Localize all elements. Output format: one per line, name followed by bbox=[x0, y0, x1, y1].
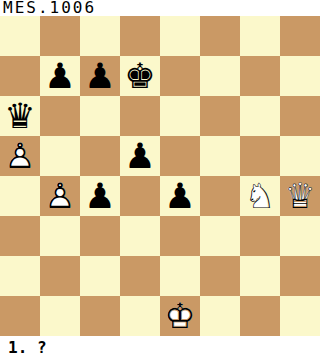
square-f5[interactable] bbox=[200, 136, 240, 176]
square-c3[interactable] bbox=[80, 216, 120, 256]
square-d1[interactable] bbox=[120, 296, 160, 336]
square-h8[interactable] bbox=[280, 16, 320, 56]
square-g2[interactable] bbox=[240, 256, 280, 296]
square-b8[interactable] bbox=[40, 16, 80, 56]
square-e2[interactable] bbox=[160, 256, 200, 296]
piece-bQ-a6: ♛ bbox=[0, 96, 40, 136]
square-c1[interactable] bbox=[80, 296, 120, 336]
square-a1[interactable] bbox=[0, 296, 40, 336]
square-a7[interactable] bbox=[0, 56, 40, 96]
square-g8[interactable] bbox=[240, 16, 280, 56]
square-c4[interactable]: ♟ bbox=[80, 176, 120, 216]
piece-wP-b4: ♙ bbox=[40, 176, 80, 216]
square-a4[interactable] bbox=[0, 176, 40, 216]
square-f7[interactable] bbox=[200, 56, 240, 96]
square-e8[interactable] bbox=[160, 16, 200, 56]
square-d2[interactable] bbox=[120, 256, 160, 296]
square-a2[interactable] bbox=[0, 256, 40, 296]
square-f4[interactable] bbox=[200, 176, 240, 216]
square-g4[interactable]: ♞♘ bbox=[240, 176, 280, 216]
square-e4[interactable]: ♟ bbox=[160, 176, 200, 216]
piece-bK-d7: ♚ bbox=[120, 56, 160, 96]
square-h4[interactable]: ♛♕ bbox=[280, 176, 320, 216]
square-e3[interactable] bbox=[160, 216, 200, 256]
piece-wQ-h4: ♕ bbox=[280, 176, 320, 216]
square-d7[interactable]: ♚ bbox=[120, 56, 160, 96]
square-h3[interactable] bbox=[280, 216, 320, 256]
square-c8[interactable] bbox=[80, 16, 120, 56]
square-b3[interactable] bbox=[40, 216, 80, 256]
square-g6[interactable] bbox=[240, 96, 280, 136]
square-b7[interactable]: ♟ bbox=[40, 56, 80, 96]
square-c7[interactable]: ♟ bbox=[80, 56, 120, 96]
square-h5[interactable] bbox=[280, 136, 320, 176]
square-g3[interactable] bbox=[240, 216, 280, 256]
square-f6[interactable] bbox=[200, 96, 240, 136]
piece-bP-d5: ♟ bbox=[120, 136, 160, 176]
square-c6[interactable] bbox=[80, 96, 120, 136]
square-h6[interactable] bbox=[280, 96, 320, 136]
square-d4[interactable] bbox=[120, 176, 160, 216]
square-h2[interactable] bbox=[280, 256, 320, 296]
square-a8[interactable] bbox=[0, 16, 40, 56]
square-a5[interactable]: ♟♙ bbox=[0, 136, 40, 176]
square-d5[interactable]: ♟ bbox=[120, 136, 160, 176]
square-d3[interactable] bbox=[120, 216, 160, 256]
square-e5[interactable] bbox=[160, 136, 200, 176]
square-h7[interactable] bbox=[280, 56, 320, 96]
square-h1[interactable] bbox=[280, 296, 320, 336]
piece-bP-e4: ♟ bbox=[160, 176, 200, 216]
chess-diagram-page: MES.1006 ♟♟♚♛♟♙♟♟♙♟♟♞♘♛♕♚♔ 1. ? bbox=[0, 0, 320, 360]
square-e7[interactable] bbox=[160, 56, 200, 96]
square-b4[interactable]: ♟♙ bbox=[40, 176, 80, 216]
piece-wP-a5: ♙ bbox=[0, 136, 40, 176]
square-f8[interactable] bbox=[200, 16, 240, 56]
piece-bP-b7: ♟ bbox=[40, 56, 80, 96]
square-a6[interactable]: ♛ bbox=[0, 96, 40, 136]
square-b1[interactable] bbox=[40, 296, 80, 336]
piece-wN-g4: ♘ bbox=[240, 176, 280, 216]
square-d8[interactable] bbox=[120, 16, 160, 56]
puzzle-id: MES.1006 bbox=[3, 0, 96, 16]
square-f2[interactable] bbox=[200, 256, 240, 296]
square-c5[interactable] bbox=[80, 136, 120, 176]
square-f1[interactable] bbox=[200, 296, 240, 336]
piece-bP-c7: ♟ bbox=[80, 56, 120, 96]
square-g5[interactable] bbox=[240, 136, 280, 176]
piece-bP-c4: ♟ bbox=[80, 176, 120, 216]
square-b5[interactable] bbox=[40, 136, 80, 176]
square-d6[interactable] bbox=[120, 96, 160, 136]
square-f3[interactable] bbox=[200, 216, 240, 256]
square-b2[interactable] bbox=[40, 256, 80, 296]
square-b6[interactable] bbox=[40, 96, 80, 136]
square-a3[interactable] bbox=[0, 216, 40, 256]
piece-wK-e1: ♔ bbox=[160, 296, 200, 336]
chess-board: ♟♟♚♛♟♙♟♟♙♟♟♞♘♛♕♚♔ bbox=[0, 16, 320, 336]
square-g7[interactable] bbox=[240, 56, 280, 96]
square-c2[interactable] bbox=[80, 256, 120, 296]
square-e1[interactable]: ♚♔ bbox=[160, 296, 200, 336]
square-e6[interactable] bbox=[160, 96, 200, 136]
square-g1[interactable] bbox=[240, 296, 280, 336]
move-prompt: 1. ? bbox=[8, 338, 47, 360]
